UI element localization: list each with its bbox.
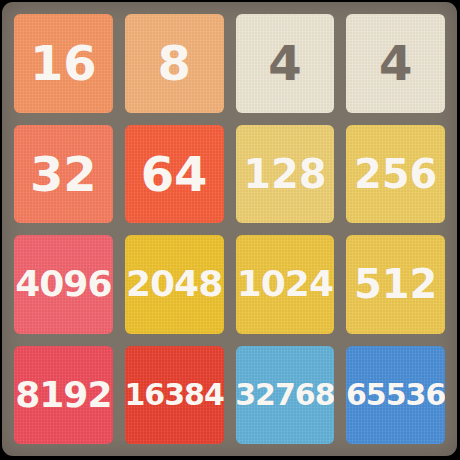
tile-value: 4096 — [15, 266, 111, 302]
tile-value: 4 — [379, 39, 412, 87]
tile-32768-r3c2: 32768 — [236, 346, 335, 445]
screenshot-root: { "game": "2048", "grid_size": "4x4", "p… — [0, 0, 460, 460]
tile-value: 16384 — [125, 380, 224, 410]
tile-value: 2048 — [126, 266, 222, 302]
tile-value: 32 — [30, 150, 97, 198]
tile-value: 4 — [268, 39, 301, 87]
tile-32-r1c0: 32 — [14, 125, 113, 224]
tile-value: 1024 — [237, 266, 333, 302]
tile-value: 32768 — [236, 380, 335, 410]
tile-128-r1c2: 128 — [236, 125, 335, 224]
tile-256-r1c3: 256 — [346, 125, 445, 224]
tile-value: 16 — [30, 39, 97, 87]
tile-1024-r2c2: 1024 — [236, 235, 335, 334]
tile-value: 65536 — [346, 380, 445, 410]
tile-value: 8192 — [15, 377, 111, 413]
tile-value: 8 — [157, 39, 190, 87]
tile-4-r0c2: 4 — [236, 14, 335, 113]
tile-64-r1c1: 64 — [125, 125, 224, 224]
tile-512-r2c3: 512 — [346, 235, 445, 334]
game-board-2048[interactable]: 1684432641282564096204810245128192163843… — [2, 2, 457, 456]
tile-value: 256 — [354, 154, 438, 194]
tile-65536-r3c3: 65536 — [346, 346, 445, 445]
tile-value: 512 — [354, 264, 438, 304]
tile-value: 64 — [141, 150, 208, 198]
tile-8192-r3c0: 8192 — [14, 346, 113, 445]
tile-4096-r2c0: 4096 — [14, 235, 113, 334]
tile-2048-r2c1: 2048 — [125, 235, 224, 334]
tile-value: 128 — [243, 154, 327, 194]
tile-8-r0c1: 8 — [125, 14, 224, 113]
tile-16384-r3c1: 16384 — [125, 346, 224, 445]
tile-16-r0c0: 16 — [14, 14, 113, 113]
tile-4-r0c3: 4 — [346, 14, 445, 113]
